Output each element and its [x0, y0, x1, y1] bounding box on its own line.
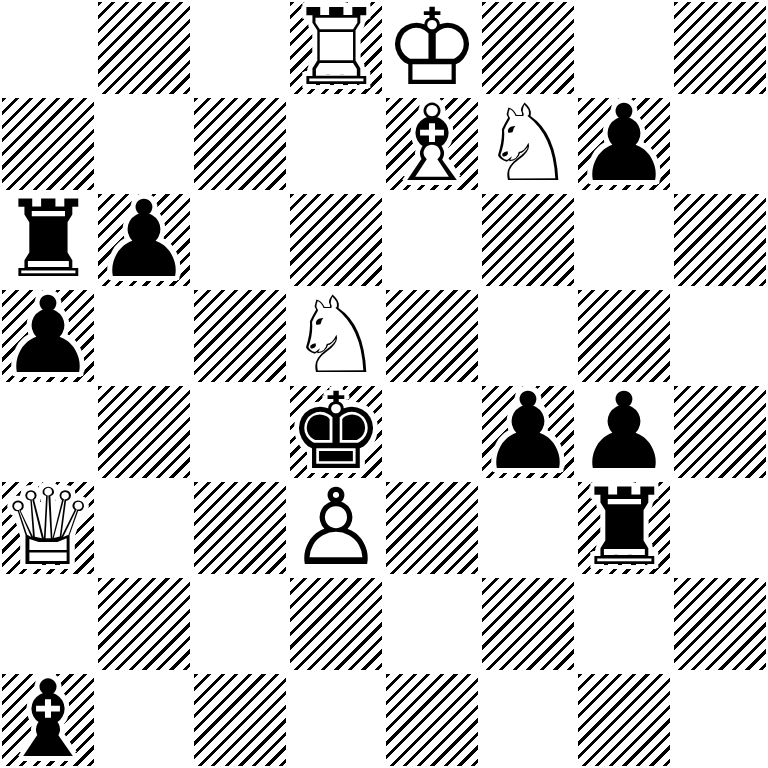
square-c4[interactable]	[192, 384, 288, 480]
square-d2[interactable]	[288, 576, 384, 672]
square-g3[interactable]: ♜♜	[576, 480, 672, 576]
square-h1[interactable]	[672, 672, 768, 768]
square-f3[interactable]	[480, 480, 576, 576]
square-e7[interactable]: ♝♗	[384, 96, 480, 192]
piece-black-pawn-b6[interactable]: ♟	[96, 192, 192, 288]
square-g1[interactable]	[576, 672, 672, 768]
square-a8[interactable]	[0, 0, 96, 96]
square-c2[interactable]	[192, 576, 288, 672]
square-b3[interactable]	[96, 480, 192, 576]
chess-board: ♜♖♚♔♝♗♞♘♟♟♜♜♟♟♟♟♞♘♚♚♟♟♟♟♛♕♟♙♜♜♝♝	[0, 0, 768, 768]
square-c8[interactable]	[192, 0, 288, 96]
square-f7[interactable]: ♞♘	[480, 96, 576, 192]
square-e3[interactable]	[384, 480, 480, 576]
square-d3[interactable]: ♟♙	[288, 480, 384, 576]
piece-black-pawn-g7[interactable]: ♟	[576, 96, 672, 192]
square-h7[interactable]	[672, 96, 768, 192]
piece-black-pawn-f4[interactable]: ♟	[480, 384, 576, 480]
square-f1[interactable]	[480, 672, 576, 768]
square-h8[interactable]	[672, 0, 768, 96]
square-b2[interactable]	[96, 576, 192, 672]
square-e2[interactable]	[384, 576, 480, 672]
square-d7[interactable]	[288, 96, 384, 192]
square-g7[interactable]: ♟♟	[576, 96, 672, 192]
piece-black-bishop-a1[interactable]: ♝	[0, 672, 96, 768]
square-c6[interactable]	[192, 192, 288, 288]
square-f6[interactable]	[480, 192, 576, 288]
square-e5[interactable]	[384, 288, 480, 384]
square-e4[interactable]	[384, 384, 480, 480]
square-e1[interactable]	[384, 672, 480, 768]
square-a5[interactable]: ♟♟	[0, 288, 96, 384]
square-c1[interactable]	[192, 672, 288, 768]
square-b8[interactable]	[96, 0, 192, 96]
square-c7[interactable]	[192, 96, 288, 192]
square-b6[interactable]: ♟♟	[96, 192, 192, 288]
square-a1[interactable]: ♝♝	[0, 672, 96, 768]
square-g6[interactable]	[576, 192, 672, 288]
piece-white-pawn-d3[interactable]: ♙	[288, 480, 384, 576]
square-b5[interactable]	[96, 288, 192, 384]
square-h3[interactable]	[672, 480, 768, 576]
square-f2[interactable]	[480, 576, 576, 672]
square-d1[interactable]	[288, 672, 384, 768]
square-h4[interactable]	[672, 384, 768, 480]
square-a3[interactable]: ♛♕	[0, 480, 96, 576]
square-c5[interactable]	[192, 288, 288, 384]
square-h5[interactable]	[672, 288, 768, 384]
square-b4[interactable]	[96, 384, 192, 480]
piece-black-rook-g3[interactable]: ♜	[576, 480, 672, 576]
square-g2[interactable]	[576, 576, 672, 672]
piece-black-pawn-a5[interactable]: ♟	[0, 288, 96, 384]
square-f4[interactable]: ♟♟	[480, 384, 576, 480]
square-d8[interactable]: ♜♖	[288, 0, 384, 96]
piece-white-knight-f7[interactable]: ♘	[480, 96, 576, 192]
square-h6[interactable]	[672, 192, 768, 288]
square-c3[interactable]	[192, 480, 288, 576]
square-b1[interactable]	[96, 672, 192, 768]
piece-white-rook-d8[interactable]: ♖	[288, 0, 384, 96]
piece-white-queen-a3[interactable]: ♕	[0, 480, 96, 576]
square-h2[interactable]	[672, 576, 768, 672]
piece-white-bishop-e7[interactable]: ♗	[384, 96, 480, 192]
square-e6[interactable]	[384, 192, 480, 288]
